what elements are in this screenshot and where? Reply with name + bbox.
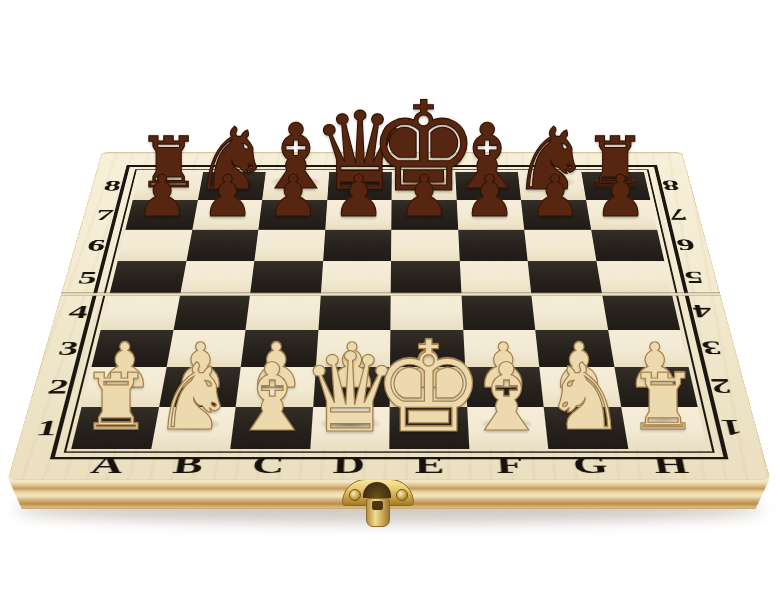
square-a5[interactable] [109,261,186,294]
clasp-slot [372,501,383,510]
square-d5[interactable] [320,261,391,294]
file-label-a: A [89,453,126,478]
black-pawn-d7[interactable]: ♟ [333,167,385,225]
square-f5[interactable] [459,261,531,294]
black-pawn-a7[interactable]: ♟ [136,167,188,225]
file-label-c: C [251,453,286,478]
black-pawn-f7[interactable]: ♟ [464,167,516,225]
rank-label-right-8: 8 [661,178,681,193]
square-g6[interactable] [524,230,596,261]
rank-label-right-7: 7 [668,207,689,223]
square-g5[interactable] [528,261,602,294]
square-e5[interactable] [391,261,461,294]
white-bishop-f1[interactable]: ♝ [465,351,549,445]
square-a6[interactable] [118,230,192,261]
black-pawn-b7[interactable]: ♟ [202,167,254,225]
fold-seam [60,292,721,296]
file-label-f: F [495,453,524,478]
square-a4[interactable] [101,294,180,329]
white-knight-g1[interactable]: ♞ [544,352,626,444]
black-pawn-h7[interactable]: ♟ [595,167,647,225]
square-b5[interactable] [180,261,255,294]
rank-label-right-3: 3 [700,338,724,358]
rank-label-right-1: 1 [719,417,745,439]
rank-label-right-5: 5 [683,269,706,286]
square-f6[interactable] [458,230,528,261]
chess-set-photo: ABCDEFGH1234567812345678 ♜♞♝♛♚♝♞♜♟♟♟♟♟♟♟… [0,0,780,600]
black-pawn-c7[interactable]: ♟ [267,167,319,225]
square-c4[interactable] [246,294,321,329]
rank-label-right-4: 4 [691,303,714,321]
square-h5[interactable] [596,261,672,294]
square-h4[interactable] [602,294,680,329]
file-label-h: H [651,453,690,478]
square-e6[interactable] [391,230,459,261]
rank-label-right-6: 6 [675,237,697,253]
black-pawn-g7[interactable]: ♟ [529,167,581,225]
clasp-screw-left [349,489,361,501]
square-b4[interactable] [173,294,250,329]
white-rook-h1[interactable]: ♜ [628,363,698,441]
square-c5[interactable] [250,261,323,294]
file-label-b: B [171,453,205,478]
white-rook-a1[interactable]: ♜ [81,363,151,441]
square-c6[interactable] [254,230,324,261]
white-knight-b1[interactable]: ♞ [153,352,235,444]
square-h6[interactable] [591,230,665,261]
square-g4[interactable] [531,294,607,329]
file-label-g: G [571,453,609,478]
square-d6[interactable] [323,230,392,261]
square-b6[interactable] [186,230,258,261]
rank-label-right-2: 2 [709,376,734,397]
black-pawn-e7[interactable]: ♟ [398,167,450,225]
clasp-screw-right [396,489,408,501]
